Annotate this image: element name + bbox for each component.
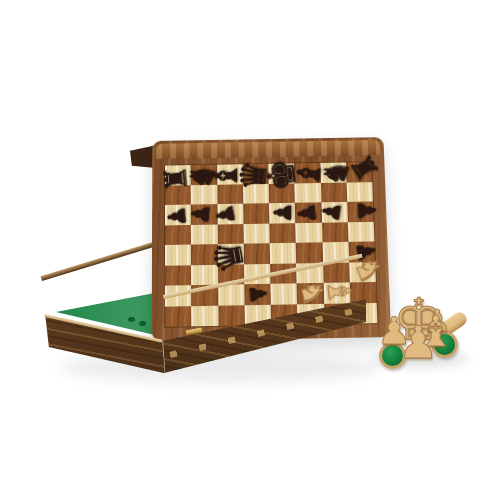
piece-dark-pawn-h6[interactable]: ♟ [354, 200, 379, 222]
square-a3 [165, 265, 191, 286]
square-a1 [165, 306, 192, 327]
chessboard-grid: ♜♞♝♛♚♝♞♜♟♟♟♟♟♟♟♛♟♞♟♞♝ [165, 162, 377, 327]
square-a4 [165, 245, 191, 266]
square-d6 [243, 203, 269, 223]
square-f2: ♞ [297, 283, 324, 304]
square-b1 [191, 305, 218, 326]
square-c4: ♛ [217, 244, 243, 265]
square-g2: ♝ [323, 282, 350, 303]
piece-light-bishop-g2[interactable]: ♝ [322, 277, 355, 307]
white-pawn-standing-3[interactable]: ♟ [398, 320, 438, 365]
square-c1 [218, 305, 245, 326]
tray-back-rim [41, 239, 163, 281]
square-e5 [269, 223, 296, 244]
square-c6: ♟ [217, 204, 243, 224]
piece-dark-pawn-d2[interactable]: ♟ [245, 283, 269, 305]
square-f4 [296, 242, 323, 263]
square-d2: ♟ [244, 284, 271, 305]
square-g5 [322, 222, 349, 243]
felt-spot [128, 317, 135, 322]
product-photo-scene: ♜♞♝♛♚♝♞♜♟♟♟♟♟♟♟♛♟♞♟♞♝ ♟♚♟♝♟ [0, 0, 500, 500]
square-f5 [295, 222, 322, 243]
square-g6: ♟ [321, 202, 348, 222]
piece-dark-pawn-g6[interactable]: ♟ [318, 200, 345, 224]
square-e4 [270, 243, 297, 264]
square-c2 [218, 284, 245, 305]
felt-spot [139, 321, 146, 326]
square-h6: ♟ [347, 201, 374, 221]
